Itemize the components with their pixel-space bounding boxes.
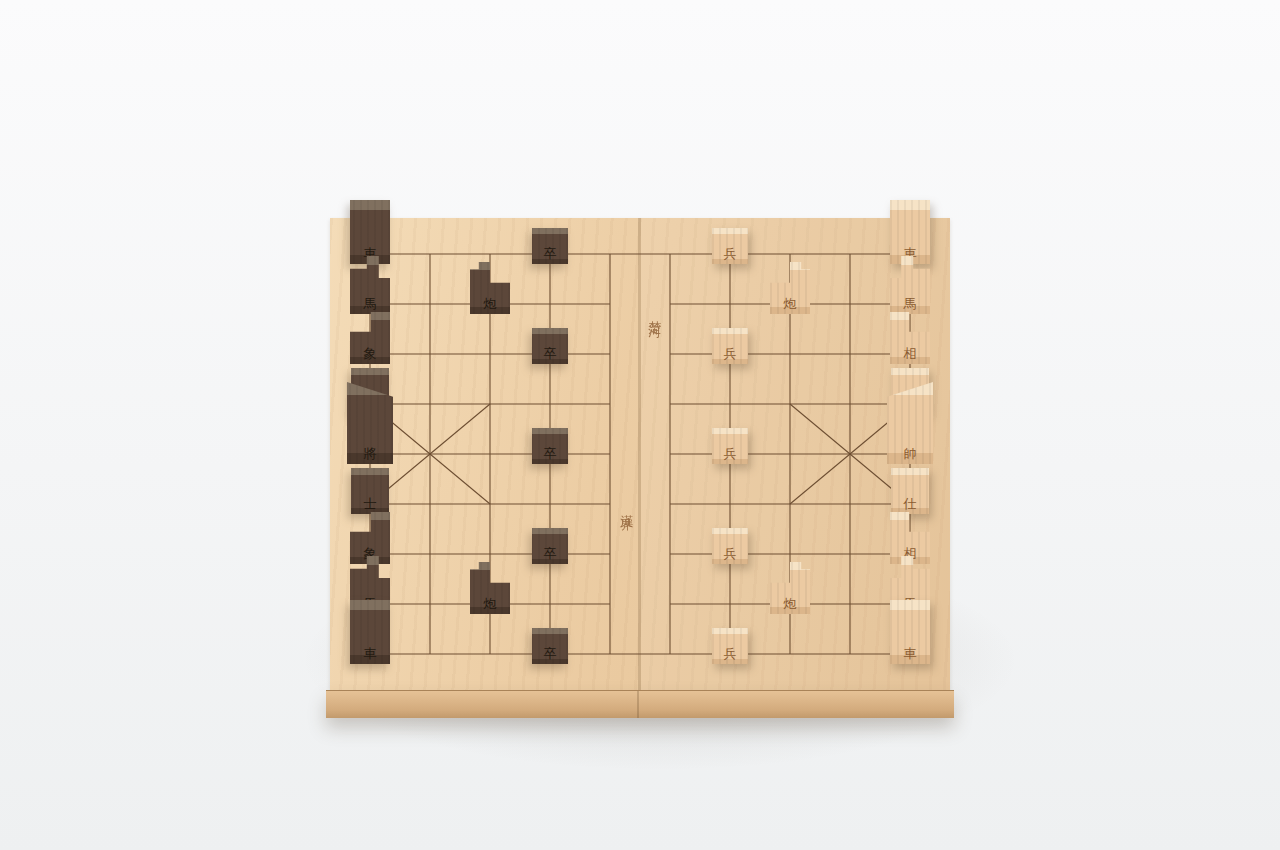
piece-red-cannon[interactable]: 炮 bbox=[770, 262, 810, 314]
piece-black-soldier[interactable]: 卒 bbox=[532, 428, 568, 464]
piece-black-elephant[interactable]: 象 bbox=[350, 312, 390, 364]
piece-black-soldier[interactable]: 卒 bbox=[532, 328, 568, 364]
photo-scene: 楚河 漢界 車馬象士將士象馬車炮炮卒卒卒卒卒兵兵兵兵兵炮炮車馬相仕帥仕相馬車 bbox=[0, 0, 1280, 850]
piece-glyph: 炮 bbox=[470, 597, 510, 610]
piece-glyph: 炮 bbox=[470, 297, 510, 310]
piece-red-elephant[interactable]: 相 bbox=[890, 312, 930, 364]
piece-black-chariot[interactable]: 車 bbox=[350, 600, 390, 664]
piece-glyph: 士 bbox=[351, 497, 389, 510]
piece-red-chariot[interactable]: 車 bbox=[890, 600, 930, 664]
piece-glyph: 兵 bbox=[712, 347, 748, 360]
piece-glyph: 仕 bbox=[891, 497, 929, 510]
piece-glyph: 相 bbox=[890, 347, 930, 360]
piece-red-soldier[interactable]: 兵 bbox=[712, 328, 748, 364]
piece-red-general[interactable]: 帥 bbox=[887, 382, 933, 464]
piece-glyph: 將 bbox=[347, 447, 393, 460]
piece-black-soldier[interactable]: 卒 bbox=[532, 628, 568, 664]
board-front-edge bbox=[326, 690, 954, 718]
piece-black-soldier[interactable]: 卒 bbox=[532, 528, 568, 564]
piece-black-advisor[interactable]: 士 bbox=[351, 468, 389, 514]
piece-glyph: 兵 bbox=[712, 447, 748, 460]
piece-black-chariot[interactable]: 車 bbox=[350, 200, 390, 264]
piece-red-soldier[interactable]: 兵 bbox=[712, 228, 748, 264]
piece-glyph: 車 bbox=[350, 647, 390, 660]
piece-glyph: 炮 bbox=[770, 597, 810, 610]
piece-glyph: 兵 bbox=[712, 547, 748, 560]
piece-black-soldier[interactable]: 卒 bbox=[532, 228, 568, 264]
piece-glyph: 帥 bbox=[887, 447, 933, 460]
piece-glyph: 炮 bbox=[770, 297, 810, 310]
piece-glyph: 兵 bbox=[712, 647, 748, 660]
piece-glyph: 卒 bbox=[532, 547, 568, 560]
board-grid-lines bbox=[330, 218, 950, 690]
piece-black-cannon[interactable]: 炮 bbox=[470, 562, 510, 614]
piece-red-chariot[interactable]: 車 bbox=[890, 200, 930, 264]
piece-black-cannon[interactable]: 炮 bbox=[470, 262, 510, 314]
xiangqi-board: 楚河 漢界 車馬象士將士象馬車炮炮卒卒卒卒卒兵兵兵兵兵炮炮車馬相仕帥仕相馬車 bbox=[330, 218, 950, 690]
river-label-chu-he: 楚河 bbox=[645, 310, 663, 320]
piece-black-horse[interactable]: 馬 bbox=[350, 256, 390, 314]
piece-glyph: 卒 bbox=[532, 347, 568, 360]
piece-glyph: 車 bbox=[890, 647, 930, 660]
piece-glyph: 兵 bbox=[712, 247, 748, 260]
piece-black-general[interactable]: 將 bbox=[347, 382, 393, 464]
piece-red-soldier[interactable]: 兵 bbox=[712, 528, 748, 564]
piece-red-advisor[interactable]: 仕 bbox=[891, 468, 929, 514]
piece-glyph: 馬 bbox=[890, 297, 930, 310]
piece-glyph: 馬 bbox=[350, 297, 390, 310]
piece-red-horse[interactable]: 馬 bbox=[890, 256, 930, 314]
piece-glyph: 卒 bbox=[532, 247, 568, 260]
piece-glyph: 卒 bbox=[532, 647, 568, 660]
piece-red-soldier[interactable]: 兵 bbox=[712, 628, 748, 664]
piece-red-cannon[interactable]: 炮 bbox=[770, 562, 810, 614]
piece-red-soldier[interactable]: 兵 bbox=[712, 428, 748, 464]
river-label-han-jie: 漢界 bbox=[617, 504, 635, 514]
piece-glyph: 象 bbox=[350, 347, 390, 360]
piece-glyph: 卒 bbox=[532, 447, 568, 460]
